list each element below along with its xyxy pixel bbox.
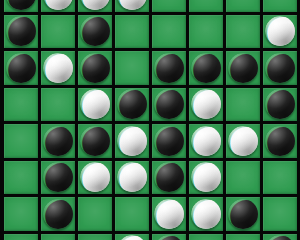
disc-glyph: ● [80, 126, 110, 156]
cell-r4c4[interactable]: ● [152, 124, 186, 158]
cell-r1c6[interactable] [226, 15, 260, 49]
white-disc: ● [117, 235, 147, 240]
cell-r4c1[interactable]: ● [41, 124, 75, 158]
cell-r3c3[interactable]: ● [115, 88, 149, 122]
disc-glyph: ● [117, 235, 147, 240]
othello-game-screen: ●●●●●●●●●●●●●●●●●●●●●●●●●●●●●●●●●●●●●● [0, 0, 300, 240]
disc-glyph: ● [265, 89, 295, 119]
cell-r5c4[interactable]: ● [152, 161, 186, 195]
cell-r3c1[interactable] [41, 88, 75, 122]
black-disc: ● [154, 235, 184, 240]
disc-glyph: ● [43, 199, 73, 229]
cell-r7c6[interactable] [226, 234, 260, 240]
white-disc: ● [80, 0, 110, 10]
cell-r2c2[interactable]: ● [78, 51, 112, 85]
cell-r7c3[interactable]: ● [115, 234, 149, 240]
cell-r6c6[interactable]: ● [226, 197, 260, 231]
cell-r5c1[interactable]: ● [41, 161, 75, 195]
white-disc: ● [191, 162, 221, 192]
cell-r4c5[interactable]: ● [189, 124, 223, 158]
black-disc: ● [228, 53, 258, 83]
white-disc: ● [43, 0, 73, 10]
white-disc: ● [191, 199, 221, 229]
black-disc: ● [6, 0, 36, 10]
cell-r5c7[interactable] [263, 161, 297, 195]
white-disc: ● [265, 16, 295, 46]
white-disc: ● [80, 162, 110, 192]
disc-glyph: ● [191, 89, 221, 119]
disc-glyph: ● [154, 162, 184, 192]
cell-r0c6[interactable] [226, 0, 260, 12]
disc-glyph: ● [191, 199, 221, 229]
cell-r5c2[interactable]: ● [78, 161, 112, 195]
cell-r0c2[interactable]: ● [78, 0, 112, 12]
disc-glyph: ● [80, 162, 110, 192]
cell-r6c0[interactable] [4, 197, 38, 231]
black-disc: ● [265, 126, 295, 156]
cell-r3c0[interactable] [4, 88, 38, 122]
black-disc: ● [191, 53, 221, 83]
othello-board: ●●●●●●●●●●●●●●●●●●●●●●●●●●●●●●●●●●●●●● [0, 0, 300, 240]
disc-glyph: ● [154, 53, 184, 83]
cell-r6c7[interactable] [263, 197, 297, 231]
cell-r5c5[interactable]: ● [189, 161, 223, 195]
disc-glyph: ● [191, 126, 221, 156]
cell-r2c7[interactable]: ● [263, 51, 297, 85]
black-disc: ● [228, 199, 258, 229]
disc-glyph: ● [6, 16, 36, 46]
cell-r2c5[interactable]: ● [189, 51, 223, 85]
disc-glyph: ● [191, 162, 221, 192]
cell-r1c0[interactable]: ● [4, 15, 38, 49]
cell-r1c4[interactable] [152, 15, 186, 49]
black-disc: ● [80, 53, 110, 83]
disc-glyph: ● [265, 53, 295, 83]
cell-r1c2[interactable]: ● [78, 15, 112, 49]
cell-r2c0[interactable]: ● [4, 51, 38, 85]
black-disc: ● [6, 16, 36, 46]
cell-r7c4[interactable]: ● [152, 234, 186, 240]
black-disc: ● [154, 89, 184, 119]
disc-glyph: ● [265, 126, 295, 156]
black-disc: ● [43, 199, 73, 229]
disc-glyph: ● [117, 89, 147, 119]
white-disc: ● [117, 126, 147, 156]
disc-glyph: ● [154, 126, 184, 156]
disc-glyph: ● [43, 126, 73, 156]
disc-glyph: ● [117, 0, 147, 10]
cell-r7c2[interactable] [78, 234, 112, 240]
white-disc: ● [191, 89, 221, 119]
disc-glyph: ● [80, 16, 110, 46]
disc-glyph: ● [80, 89, 110, 119]
disc-glyph: ● [43, 53, 73, 83]
disc-glyph: ● [6, 0, 36, 10]
cell-r7c0[interactable] [4, 234, 38, 240]
cell-r1c7[interactable]: ● [263, 15, 297, 49]
cell-r4c6[interactable]: ● [226, 124, 260, 158]
cell-r7c5[interactable] [189, 234, 223, 240]
white-disc: ● [191, 126, 221, 156]
cell-r3c4[interactable]: ● [152, 88, 186, 122]
white-disc: ● [228, 126, 258, 156]
disc-glyph: ● [80, 53, 110, 83]
cell-r0c5[interactable] [189, 0, 223, 12]
white-disc: ● [154, 199, 184, 229]
black-disc: ● [80, 126, 110, 156]
black-disc: ● [6, 53, 36, 83]
white-disc: ● [43, 53, 73, 83]
disc-glyph: ● [228, 53, 258, 83]
cell-r6c5[interactable]: ● [189, 197, 223, 231]
cell-r3c2[interactable]: ● [78, 88, 112, 122]
cell-r1c1[interactable] [41, 15, 75, 49]
disc-glyph: ● [154, 199, 184, 229]
disc-glyph: ● [43, 0, 73, 10]
cell-r0c1[interactable]: ● [41, 0, 75, 12]
black-disc: ● [43, 126, 73, 156]
cell-r3c6[interactable] [226, 88, 260, 122]
white-disc: ● [117, 162, 147, 192]
cell-r4c3[interactable]: ● [115, 124, 149, 158]
black-disc: ● [43, 162, 73, 192]
disc-glyph: ● [80, 0, 110, 10]
cell-r6c2[interactable] [78, 197, 112, 231]
black-disc: ● [80, 16, 110, 46]
disc-glyph: ● [6, 53, 36, 83]
disc-glyph: ● [117, 162, 147, 192]
disc-glyph: ● [265, 235, 295, 240]
black-disc: ● [265, 235, 295, 240]
cell-r7c7[interactable]: ● [263, 234, 297, 240]
cell-r4c2[interactable]: ● [78, 124, 112, 158]
cell-r5c6[interactable] [226, 161, 260, 195]
white-disc: ● [117, 0, 147, 10]
cell-r0c0[interactable]: ● [4, 0, 38, 12]
black-disc: ● [154, 126, 184, 156]
disc-glyph: ● [228, 199, 258, 229]
cell-r6c4[interactable]: ● [152, 197, 186, 231]
cell-r2c1[interactable]: ● [41, 51, 75, 85]
black-disc: ● [265, 53, 295, 83]
cell-r0c3[interactable]: ● [115, 0, 149, 12]
cell-r3c5[interactable]: ● [189, 88, 223, 122]
cell-r3c7[interactable]: ● [263, 88, 297, 122]
disc-glyph: ● [154, 235, 184, 240]
cell-r4c0[interactable] [4, 124, 38, 158]
disc-glyph: ● [43, 162, 73, 192]
disc-glyph: ● [228, 126, 258, 156]
cell-r5c0[interactable] [4, 161, 38, 195]
black-disc: ● [117, 89, 147, 119]
disc-glyph: ● [154, 89, 184, 119]
cell-r6c1[interactable]: ● [41, 197, 75, 231]
cell-r1c3[interactable] [115, 15, 149, 49]
disc-glyph: ● [191, 53, 221, 83]
cell-r5c3[interactable]: ● [115, 161, 149, 195]
cell-r2c6[interactable]: ● [226, 51, 260, 85]
cell-r6c3[interactable] [115, 197, 149, 231]
cell-r2c4[interactable]: ● [152, 51, 186, 85]
cell-r4c7[interactable]: ● [263, 124, 297, 158]
black-disc: ● [154, 162, 184, 192]
cell-r0c7[interactable] [263, 0, 297, 12]
black-disc: ● [265, 89, 295, 119]
white-disc: ● [80, 89, 110, 119]
cell-r2c3[interactable] [115, 51, 149, 85]
cell-r1c5[interactable] [189, 15, 223, 49]
cell-r0c4[interactable] [152, 0, 186, 12]
cell-r7c1[interactable] [41, 234, 75, 240]
black-disc: ● [154, 53, 184, 83]
disc-glyph: ● [117, 126, 147, 156]
disc-glyph: ● [265, 16, 295, 46]
